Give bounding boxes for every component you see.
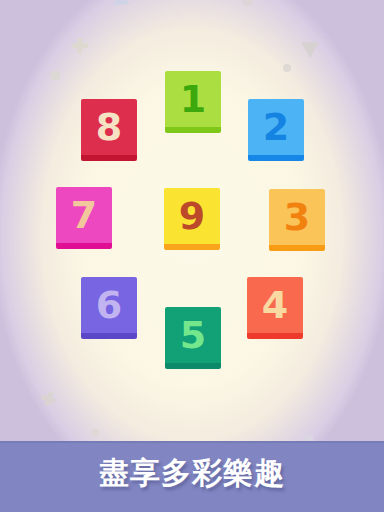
- tile-number: 3: [284, 198, 310, 236]
- circle-decoration-icon: [92, 429, 99, 436]
- tile-3[interactable]: 3: [269, 189, 325, 251]
- triangle-right-decoration-icon: [113, 0, 132, 11]
- tile-number: 4: [262, 286, 288, 324]
- tile-number: 5: [180, 316, 206, 354]
- tile-2[interactable]: 2: [248, 99, 304, 161]
- tile-number: 7: [71, 196, 97, 234]
- tile-6[interactable]: 6: [81, 277, 137, 339]
- caption-banner: 盡享多彩樂趣: [0, 441, 384, 512]
- square-decoration-icon: [51, 71, 60, 80]
- tile-7[interactable]: 7: [56, 187, 112, 249]
- tile-5[interactable]: 5: [165, 307, 221, 369]
- tile-number: 6: [96, 286, 122, 324]
- promo-screenshot: 812793654 盡享多彩樂趣: [0, 0, 384, 512]
- plus-decoration-icon: [39, 389, 58, 408]
- tile-9[interactable]: 9: [164, 188, 220, 250]
- circle-decoration-icon: [283, 64, 291, 72]
- circle-decoration-icon: [242, 0, 254, 6]
- triangle-down-decoration-icon: [301, 42, 319, 58]
- tile-8[interactable]: 8: [81, 99, 137, 161]
- tile-number: 8: [96, 108, 122, 146]
- tile-number: 1: [180, 80, 206, 118]
- caption-text: 盡享多彩樂趣: [99, 453, 285, 494]
- tile-4[interactable]: 4: [247, 277, 303, 339]
- tile-number: 9: [179, 197, 205, 235]
- tile-number: 2: [263, 108, 289, 146]
- tile-1[interactable]: 1: [165, 71, 221, 133]
- plus-decoration-icon: [72, 38, 88, 54]
